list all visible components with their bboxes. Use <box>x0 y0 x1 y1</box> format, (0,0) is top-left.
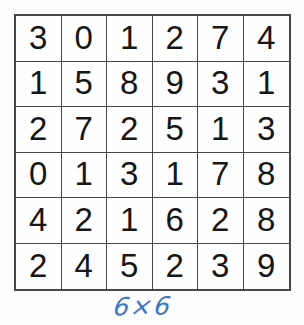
grid-cell-r2c5: 3 <box>198 62 244 108</box>
grid-cell-r2c2: 5 <box>62 62 108 108</box>
grid-cell-r5c4: 6 <box>153 198 199 244</box>
grid-cell-r2c6: 1 <box>244 62 290 108</box>
grid-cell-r2c3: 8 <box>107 62 153 108</box>
grid-cell-r1c4: 2 <box>153 16 199 62</box>
grid-cell-r4c3: 3 <box>107 153 153 199</box>
grid-cell-r5c2: 2 <box>62 198 108 244</box>
grid-cell-r6c5: 3 <box>198 244 244 290</box>
grid-cell-r1c1: 3 <box>16 16 62 62</box>
grid-cell-r6c2: 4 <box>62 244 108 290</box>
grid-cell-r6c6: 9 <box>244 244 290 290</box>
grid-cell-r4c2: 1 <box>62 153 108 199</box>
grid-cell-r3c3: 2 <box>107 107 153 153</box>
grid-cell-r5c6: 8 <box>244 198 290 244</box>
grid-cell-r5c3: 1 <box>107 198 153 244</box>
grid-cell-r2c1: 1 <box>16 62 62 108</box>
grid-cell-r1c2: 0 <box>62 16 108 62</box>
grid-cell-r2c4: 9 <box>153 62 199 108</box>
grid-cell-r4c4: 1 <box>153 153 199 199</box>
grid-cell-r6c4: 2 <box>153 244 199 290</box>
grid-cell-r3c6: 3 <box>244 107 290 153</box>
grid-cell-r4c1: 0 <box>16 153 62 199</box>
grid-cell-r4c5: 7 <box>198 153 244 199</box>
grid-cell-r3c2: 7 <box>62 107 108 153</box>
grid-cell-r3c5: 1 <box>198 107 244 153</box>
grid-cell-r6c3: 5 <box>107 244 153 290</box>
grid-size-annotation: 6×6 <box>0 290 283 324</box>
grid-cell-r5c1: 4 <box>16 198 62 244</box>
grid-cell-r5c5: 2 <box>198 198 244 244</box>
number-grid-board: 301274158931272513013178421628245239 <box>14 14 291 291</box>
grid-cell-r1c6: 4 <box>244 16 290 62</box>
grid-cell-r1c5: 7 <box>198 16 244 62</box>
page: 301274158931272513013178421628245239 6×6 <box>0 0 304 325</box>
grid-cell-r6c1: 2 <box>16 244 62 290</box>
grid-cell-r1c3: 1 <box>107 16 153 62</box>
grid-cell-r4c6: 8 <box>244 153 290 199</box>
grid-cell-r3c1: 2 <box>16 107 62 153</box>
grid-cell-r3c4: 5 <box>153 107 199 153</box>
